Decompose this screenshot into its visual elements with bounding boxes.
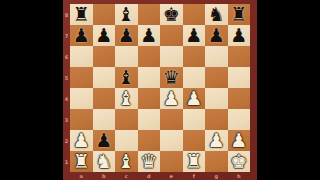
white-bishop: ♝	[115, 88, 138, 109]
square-f1[interactable]: ♜	[183, 151, 206, 172]
square-h2[interactable]: ♟	[228, 130, 251, 151]
square-f5[interactable]	[183, 67, 206, 88]
black-pawn: ♟	[138, 25, 161, 46]
file-label-f: f	[183, 172, 206, 180]
rank-label-8: 8	[63, 4, 70, 25]
square-e2[interactable]	[160, 130, 183, 151]
square-d4[interactable]	[138, 88, 161, 109]
chess-board: 87654321 ♜♝♚♞♜♟♟♟♟♟♟♟♝♛♝♟♟♟♟♟♟♜♞♝♛♜♚ abc…	[63, 0, 257, 180]
square-e4[interactable]: ♟	[160, 88, 183, 109]
square-c5[interactable]: ♝	[115, 67, 138, 88]
black-rook: ♜	[70, 4, 93, 25]
square-g1[interactable]	[205, 151, 228, 172]
white-rook: ♜	[70, 151, 93, 172]
file-label-g: g	[205, 172, 228, 180]
square-f6[interactable]	[183, 46, 206, 67]
square-c4[interactable]: ♝	[115, 88, 138, 109]
square-h4[interactable]	[228, 88, 251, 109]
square-h6[interactable]	[228, 46, 251, 67]
square-e8[interactable]: ♚	[160, 4, 183, 25]
square-b5[interactable]	[93, 67, 116, 88]
square-b8[interactable]	[93, 4, 116, 25]
square-e6[interactable]	[160, 46, 183, 67]
black-pawn: ♟	[205, 25, 228, 46]
white-pawn: ♟	[183, 88, 206, 109]
square-f7[interactable]: ♟	[183, 25, 206, 46]
black-knight: ♞	[205, 4, 228, 25]
black-pawn: ♟	[115, 25, 138, 46]
square-g6[interactable]	[205, 46, 228, 67]
square-a4[interactable]	[70, 88, 93, 109]
square-g4[interactable]	[205, 88, 228, 109]
square-b4[interactable]	[93, 88, 116, 109]
square-c8[interactable]: ♝	[115, 4, 138, 25]
square-a2[interactable]: ♟	[70, 130, 93, 151]
square-d1[interactable]: ♛	[138, 151, 161, 172]
black-rook: ♜	[228, 4, 251, 25]
black-queen: ♛	[160, 67, 183, 88]
letterboxed-stage: 87654321 ♜♝♚♞♜♟♟♟♟♟♟♟♝♛♝♟♟♟♟♟♟♜♞♝♛♜♚ abc…	[0, 0, 320, 180]
square-e3[interactable]	[160, 109, 183, 130]
black-pawn: ♟	[93, 130, 116, 151]
square-e5[interactable]: ♛	[160, 67, 183, 88]
rank-label-1: 1	[63, 151, 70, 172]
rank-label-3: 3	[63, 109, 70, 130]
file-label-h: h	[228, 172, 251, 180]
square-a7[interactable]: ♟	[70, 25, 93, 46]
file-labels: abcdefgh	[70, 172, 250, 180]
square-c3[interactable]	[115, 109, 138, 130]
square-c1[interactable]: ♝	[115, 151, 138, 172]
rank-label-4: 4	[63, 88, 70, 109]
black-pawn: ♟	[93, 25, 116, 46]
square-g5[interactable]	[205, 67, 228, 88]
black-bishop: ♝	[115, 4, 138, 25]
file-label-b: b	[93, 172, 116, 180]
square-b7[interactable]: ♟	[93, 25, 116, 46]
white-king: ♚	[228, 151, 251, 172]
square-e7[interactable]	[160, 25, 183, 46]
file-label-e: e	[160, 172, 183, 180]
file-label-c: c	[115, 172, 138, 180]
square-f4[interactable]: ♟	[183, 88, 206, 109]
square-d2[interactable]	[138, 130, 161, 151]
square-c2[interactable]	[115, 130, 138, 151]
rank-label-2: 2	[63, 130, 70, 151]
square-f3[interactable]	[183, 109, 206, 130]
board-squares: ♜♝♚♞♜♟♟♟♟♟♟♟♝♛♝♟♟♟♟♟♟♜♞♝♛♜♚	[70, 4, 250, 172]
square-b6[interactable]	[93, 46, 116, 67]
square-a3[interactable]	[70, 109, 93, 130]
square-b1[interactable]: ♞	[93, 151, 116, 172]
square-f2[interactable]	[183, 130, 206, 151]
white-pawn: ♟	[205, 130, 228, 151]
square-h3[interactable]	[228, 109, 251, 130]
square-a1[interactable]: ♜	[70, 151, 93, 172]
black-pawn: ♟	[70, 25, 93, 46]
square-g7[interactable]: ♟	[205, 25, 228, 46]
square-a5[interactable]	[70, 67, 93, 88]
black-king: ♚	[160, 4, 183, 25]
white-bishop: ♝	[115, 151, 138, 172]
square-a8[interactable]: ♜	[70, 4, 93, 25]
square-h8[interactable]: ♜	[228, 4, 251, 25]
square-h1[interactable]: ♚	[228, 151, 251, 172]
square-g2[interactable]: ♟	[205, 130, 228, 151]
square-d6[interactable]	[138, 46, 161, 67]
white-pawn: ♟	[70, 130, 93, 151]
square-c6[interactable]	[115, 46, 138, 67]
square-g3[interactable]	[205, 109, 228, 130]
white-pawn: ♟	[160, 88, 183, 109]
square-h7[interactable]: ♟	[228, 25, 251, 46]
rank-label-6: 6	[63, 46, 70, 67]
rank-labels: 87654321	[63, 4, 70, 172]
square-d3[interactable]	[138, 109, 161, 130]
white-queen: ♛	[138, 151, 161, 172]
black-bishop: ♝	[115, 67, 138, 88]
square-b2[interactable]: ♟	[93, 130, 116, 151]
white-knight: ♞	[93, 151, 116, 172]
square-d7[interactable]: ♟	[138, 25, 161, 46]
square-b3[interactable]	[93, 109, 116, 130]
white-pawn: ♟	[228, 130, 251, 151]
square-e1[interactable]	[160, 151, 183, 172]
square-h5[interactable]	[228, 67, 251, 88]
square-g8[interactable]: ♞	[205, 4, 228, 25]
square-a6[interactable]	[70, 46, 93, 67]
file-label-d: d	[138, 172, 161, 180]
square-d8[interactable]	[138, 4, 161, 25]
black-pawn: ♟	[228, 25, 251, 46]
rank-label-5: 5	[63, 67, 70, 88]
square-c7[interactable]: ♟	[115, 25, 138, 46]
white-rook: ♜	[183, 151, 206, 172]
rank-label-7: 7	[63, 25, 70, 46]
black-pawn: ♟	[183, 25, 206, 46]
square-f8[interactable]	[183, 4, 206, 25]
square-d5[interactable]	[138, 67, 161, 88]
file-label-a: a	[70, 172, 93, 180]
